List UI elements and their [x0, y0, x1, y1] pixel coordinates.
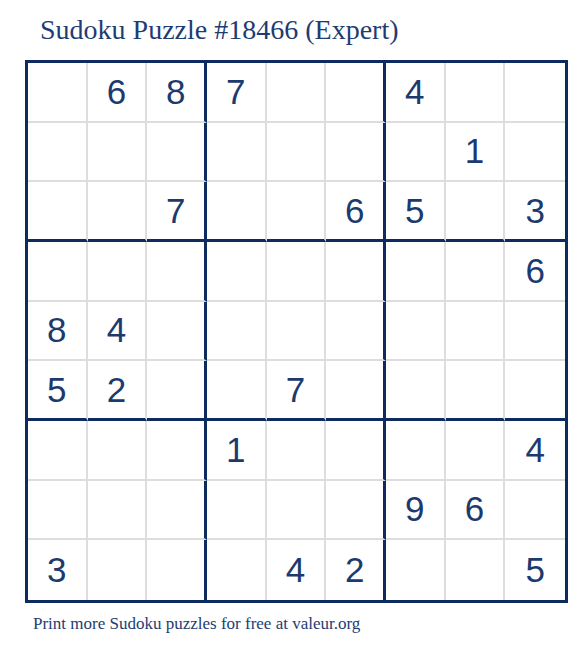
sudoku-cell-r6c7 — [386, 361, 446, 421]
sudoku-cell-r3c8 — [446, 182, 506, 242]
sudoku-cell-r7c1 — [28, 421, 88, 481]
sudoku-cell-r8c3 — [147, 481, 207, 541]
footer-text: Print more Sudoku puzzles for free at va… — [33, 614, 360, 634]
sudoku-cell-r4c5 — [267, 242, 327, 302]
sudoku-cell-r2c4 — [207, 123, 267, 183]
sudoku-cell-r4c2 — [88, 242, 148, 302]
sudoku-cell-r5c6 — [326, 302, 386, 362]
sudoku-cell-r4c1 — [28, 242, 88, 302]
sudoku-cell-r1c6 — [326, 63, 386, 123]
sudoku-cell-r2c1 — [28, 123, 88, 183]
sudoku-cell-r6c3 — [147, 361, 207, 421]
sudoku-cell-r2c2 — [88, 123, 148, 183]
sudoku-cell-r3c4 — [207, 182, 267, 242]
sudoku-cell-r8c9 — [505, 481, 565, 541]
sudoku-page: Sudoku Puzzle #18466 (Expert) 6874176536… — [0, 0, 580, 651]
sudoku-cell-r8c5 — [267, 481, 327, 541]
sudoku-cell-r3c5 — [267, 182, 327, 242]
sudoku-cell-r8c2 — [88, 481, 148, 541]
sudoku-cell-r5c8 — [446, 302, 506, 362]
sudoku-cell-r3c1 — [28, 182, 88, 242]
sudoku-cell-r7c9: 4 — [505, 421, 565, 481]
sudoku-cell-r6c5: 7 — [267, 361, 327, 421]
sudoku-cell-r5c3 — [147, 302, 207, 362]
sudoku-cell-r8c7: 9 — [386, 481, 446, 541]
sudoku-cell-r7c6 — [326, 421, 386, 481]
sudoku-cell-r5c2: 4 — [88, 302, 148, 362]
sudoku-cell-r9c7 — [386, 540, 446, 600]
sudoku-cell-r5c1: 8 — [28, 302, 88, 362]
sudoku-cell-r8c1 — [28, 481, 88, 541]
sudoku-cell-r2c8: 1 — [446, 123, 506, 183]
sudoku-cell-r7c2 — [88, 421, 148, 481]
sudoku-cell-r9c4 — [207, 540, 267, 600]
sudoku-cell-r2c7 — [386, 123, 446, 183]
sudoku-cell-r2c3 — [147, 123, 207, 183]
sudoku-cell-r9c6: 2 — [326, 540, 386, 600]
sudoku-cell-r2c6 — [326, 123, 386, 183]
sudoku-cell-r1c7: 4 — [386, 63, 446, 123]
sudoku-cell-r3c7: 5 — [386, 182, 446, 242]
sudoku-cell-r9c5: 4 — [267, 540, 327, 600]
sudoku-cell-r5c7 — [386, 302, 446, 362]
sudoku-cell-r3c3: 7 — [147, 182, 207, 242]
sudoku-cell-r8c8: 6 — [446, 481, 506, 541]
sudoku-cell-r1c4: 7 — [207, 63, 267, 123]
sudoku-cell-r3c2 — [88, 182, 148, 242]
sudoku-cell-r9c2 — [88, 540, 148, 600]
sudoku-cell-r9c8 — [446, 540, 506, 600]
sudoku-cell-r6c4 — [207, 361, 267, 421]
sudoku-cell-r4c4 — [207, 242, 267, 302]
sudoku-cell-r9c9: 5 — [505, 540, 565, 600]
sudoku-cell-r2c5 — [267, 123, 327, 183]
sudoku-cell-r7c4: 1 — [207, 421, 267, 481]
sudoku-cell-r6c9 — [505, 361, 565, 421]
sudoku-cell-r9c3 — [147, 540, 207, 600]
sudoku-cell-r1c3: 8 — [147, 63, 207, 123]
sudoku-cell-r7c3 — [147, 421, 207, 481]
sudoku-cell-r6c8 — [446, 361, 506, 421]
sudoku-cell-r1c9 — [505, 63, 565, 123]
sudoku-cell-r5c9 — [505, 302, 565, 362]
sudoku-cell-r4c3 — [147, 242, 207, 302]
sudoku-cell-r4c7 — [386, 242, 446, 302]
sudoku-cell-r1c1 — [28, 63, 88, 123]
sudoku-cell-r3c6: 6 — [326, 182, 386, 242]
page-title: Sudoku Puzzle #18466 (Expert) — [40, 14, 399, 46]
sudoku-cell-r6c6 — [326, 361, 386, 421]
sudoku-cell-r2c9 — [505, 123, 565, 183]
sudoku-cell-r4c9: 6 — [505, 242, 565, 302]
sudoku-cell-r3c9: 3 — [505, 182, 565, 242]
sudoku-cell-r4c8 — [446, 242, 506, 302]
sudoku-cell-r1c8 — [446, 63, 506, 123]
sudoku-cell-r7c8 — [446, 421, 506, 481]
sudoku-cell-r5c5 — [267, 302, 327, 362]
sudoku-cell-r7c7 — [386, 421, 446, 481]
sudoku-cell-r9c1: 3 — [28, 540, 88, 600]
sudoku-cell-r6c1: 5 — [28, 361, 88, 421]
sudoku-cell-r7c5 — [267, 421, 327, 481]
sudoku-cell-r1c2: 6 — [88, 63, 148, 123]
sudoku-cell-r4c6 — [326, 242, 386, 302]
sudoku-cell-r8c6 — [326, 481, 386, 541]
sudoku-cell-r1c5 — [267, 63, 327, 123]
sudoku-board: 68741765368452714963425 — [25, 60, 568, 603]
sudoku-cell-r8c4 — [207, 481, 267, 541]
sudoku-cell-r5c4 — [207, 302, 267, 362]
sudoku-cell-r6c2: 2 — [88, 361, 148, 421]
